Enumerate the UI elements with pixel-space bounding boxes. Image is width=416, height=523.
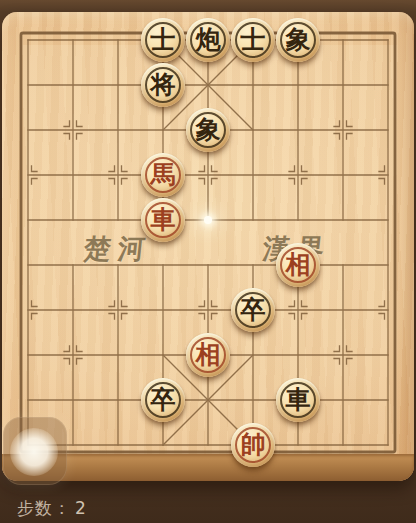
xiangqi-app-screen: 楚河 漢界 士炮士象将象馬車相卒相卒車帥 步数： 2 <box>0 0 416 523</box>
piece-character: 象 <box>196 117 221 142</box>
piece-character: 相 <box>286 252 311 277</box>
piece-character: 炮 <box>196 27 221 52</box>
piece-character: 士 <box>151 27 176 52</box>
piece-black-elephant[interactable]: 象 <box>276 18 320 62</box>
piece-red-chariot[interactable]: 車 <box>141 198 185 242</box>
piece-black-soldier[interactable]: 卒 <box>141 378 185 422</box>
piece-black-chariot[interactable]: 車 <box>276 378 320 422</box>
piece-character: 相 <box>196 342 221 367</box>
piece-character: 卒 <box>151 387 176 412</box>
step-count-value: 2 <box>75 498 87 518</box>
replay-control-button[interactable] <box>3 417 67 485</box>
piece-character: 卒 <box>241 297 266 322</box>
piece-black-advisor[interactable]: 士 <box>231 18 275 62</box>
piece-red-general[interactable]: 帥 <box>231 423 275 467</box>
piece-character: 帥 <box>241 432 266 457</box>
piece-red-horse[interactable]: 馬 <box>141 153 185 197</box>
glow-circle-icon <box>10 428 58 476</box>
step-count-label: 步数： <box>17 497 71 520</box>
piece-character: 馬 <box>151 162 176 187</box>
move-highlight-sparkle <box>204 216 212 224</box>
piece-red-elephant[interactable]: 相 <box>186 333 230 377</box>
piece-black-elephant[interactable]: 象 <box>186 108 230 152</box>
piece-black-soldier[interactable]: 卒 <box>231 288 275 332</box>
piece-character: 車 <box>151 207 176 232</box>
step-counter: 步数： 2 <box>17 497 87 520</box>
piece-character: 士 <box>241 27 266 52</box>
piece-character: 将 <box>151 72 176 97</box>
piece-character: 象 <box>286 27 311 52</box>
piece-black-advisor[interactable]: 士 <box>141 18 185 62</box>
piece-red-elephant[interactable]: 相 <box>276 243 320 287</box>
piece-character: 車 <box>286 387 311 412</box>
piece-black-general[interactable]: 将 <box>141 63 185 107</box>
piece-black-cannon[interactable]: 炮 <box>186 18 230 62</box>
